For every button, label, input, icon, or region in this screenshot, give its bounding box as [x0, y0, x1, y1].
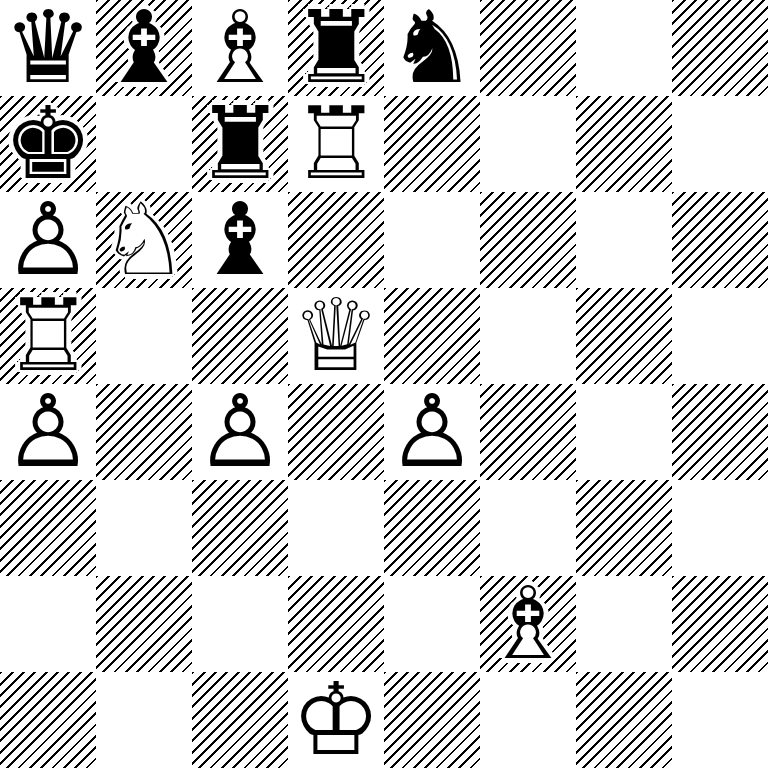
square-b2[interactable] — [96, 576, 192, 672]
square-h6[interactable] — [672, 192, 768, 288]
piece-white-pawn[interactable]: ♙ — [192, 384, 288, 480]
square-b3[interactable] — [96, 480, 192, 576]
piece-white-bishop[interactable]: ♗ — [480, 576, 576, 672]
square-a6[interactable]: ♟♙ — [0, 192, 96, 288]
square-e7[interactable] — [384, 96, 480, 192]
square-e5[interactable] — [384, 288, 480, 384]
square-a7[interactable]: ♚♚ — [0, 96, 96, 192]
white-rook-halo: ♜ — [288, 96, 384, 192]
square-c8[interactable]: ♝♗ — [192, 0, 288, 96]
square-c1[interactable] — [192, 672, 288, 768]
square-h2[interactable] — [672, 576, 768, 672]
white-bishop-halo: ♝ — [192, 0, 288, 96]
square-a5[interactable]: ♜♖ — [0, 288, 96, 384]
square-g2[interactable] — [576, 576, 672, 672]
piece-black-rook[interactable]: ♜ — [192, 96, 288, 192]
square-b6[interactable]: ♞♘ — [96, 192, 192, 288]
square-g1[interactable] — [576, 672, 672, 768]
piece-white-rook[interactable]: ♖ — [0, 288, 96, 384]
square-g4[interactable] — [576, 384, 672, 480]
square-f2[interactable]: ♝♗ — [480, 576, 576, 672]
square-f8[interactable] — [480, 0, 576, 96]
square-g5[interactable] — [576, 288, 672, 384]
piece-black-bishop[interactable]: ♝ — [96, 0, 192, 96]
white-pawn-halo: ♟ — [192, 384, 288, 480]
white-knight-halo: ♞ — [96, 192, 192, 288]
piece-black-rook[interactable]: ♜ — [288, 0, 384, 96]
square-f3[interactable] — [480, 480, 576, 576]
white-queen-halo: ♛ — [288, 288, 384, 384]
square-e2[interactable] — [384, 576, 480, 672]
square-b7[interactable] — [96, 96, 192, 192]
square-c6[interactable]: ♝♝ — [192, 192, 288, 288]
white-pawn-halo: ♟ — [0, 192, 96, 288]
chess-board: ♛♛♝♝♝♗♜♜♞♞♚♚♜♜♜♖♟♙♞♘♝♝♜♖♛♕♟♙♟♙♟♙♝♗♚♔ — [0, 0, 768, 768]
square-h1[interactable] — [672, 672, 768, 768]
piece-black-king[interactable]: ♚ — [0, 96, 96, 192]
black-rook-halo: ♜ — [288, 0, 384, 96]
black-bishop-halo: ♝ — [96, 0, 192, 96]
piece-white-pawn[interactable]: ♙ — [384, 384, 480, 480]
piece-black-knight[interactable]: ♞ — [384, 0, 480, 96]
square-e1[interactable] — [384, 672, 480, 768]
square-f6[interactable] — [480, 192, 576, 288]
square-f7[interactable] — [480, 96, 576, 192]
square-b1[interactable] — [96, 672, 192, 768]
square-e3[interactable] — [384, 480, 480, 576]
piece-white-bishop[interactable]: ♗ — [192, 0, 288, 96]
square-d8[interactable]: ♜♜ — [288, 0, 384, 96]
piece-white-pawn[interactable]: ♙ — [0, 384, 96, 480]
black-king-halo: ♚ — [0, 96, 96, 192]
square-c4[interactable]: ♟♙ — [192, 384, 288, 480]
black-knight-halo: ♞ — [384, 0, 480, 96]
square-e4[interactable]: ♟♙ — [384, 384, 480, 480]
square-h7[interactable] — [672, 96, 768, 192]
square-b4[interactable] — [96, 384, 192, 480]
square-f1[interactable] — [480, 672, 576, 768]
piece-white-king[interactable]: ♔ — [288, 672, 384, 768]
square-c3[interactable] — [192, 480, 288, 576]
square-e8[interactable]: ♞♞ — [384, 0, 480, 96]
square-a3[interactable] — [0, 480, 96, 576]
white-bishop-halo: ♝ — [480, 576, 576, 672]
square-a1[interactable] — [0, 672, 96, 768]
square-d2[interactable] — [288, 576, 384, 672]
piece-white-pawn[interactable]: ♙ — [0, 192, 96, 288]
square-f4[interactable] — [480, 384, 576, 480]
piece-white-knight[interactable]: ♘ — [96, 192, 192, 288]
square-f5[interactable] — [480, 288, 576, 384]
square-c7[interactable]: ♜♜ — [192, 96, 288, 192]
square-g3[interactable] — [576, 480, 672, 576]
square-g7[interactable] — [576, 96, 672, 192]
square-a8[interactable]: ♛♛ — [0, 0, 96, 96]
square-d4[interactable] — [288, 384, 384, 480]
black-bishop-halo: ♝ — [192, 192, 288, 288]
square-h4[interactable] — [672, 384, 768, 480]
white-rook-halo: ♜ — [0, 288, 96, 384]
square-h8[interactable] — [672, 0, 768, 96]
white-pawn-halo: ♟ — [0, 384, 96, 480]
square-d3[interactable] — [288, 480, 384, 576]
square-b5[interactable] — [96, 288, 192, 384]
piece-white-queen[interactable]: ♕ — [288, 288, 384, 384]
square-h3[interactable] — [672, 480, 768, 576]
piece-black-queen[interactable]: ♛ — [0, 0, 96, 96]
square-d1[interactable]: ♚♔ — [288, 672, 384, 768]
white-pawn-halo: ♟ — [384, 384, 480, 480]
square-a2[interactable] — [0, 576, 96, 672]
square-g6[interactable] — [576, 192, 672, 288]
square-d5[interactable]: ♛♕ — [288, 288, 384, 384]
square-b8[interactable]: ♝♝ — [96, 0, 192, 96]
black-rook-halo: ♜ — [192, 96, 288, 192]
square-c5[interactable] — [192, 288, 288, 384]
square-d6[interactable] — [288, 192, 384, 288]
square-a4[interactable]: ♟♙ — [0, 384, 96, 480]
black-queen-halo: ♛ — [0, 0, 96, 96]
piece-white-rook[interactable]: ♖ — [288, 96, 384, 192]
square-e6[interactable] — [384, 192, 480, 288]
square-d7[interactable]: ♜♖ — [288, 96, 384, 192]
white-king-halo: ♚ — [288, 672, 384, 768]
piece-black-bishop[interactable]: ♝ — [192, 192, 288, 288]
square-g8[interactable] — [576, 0, 672, 96]
square-h5[interactable] — [672, 288, 768, 384]
square-c2[interactable] — [192, 576, 288, 672]
